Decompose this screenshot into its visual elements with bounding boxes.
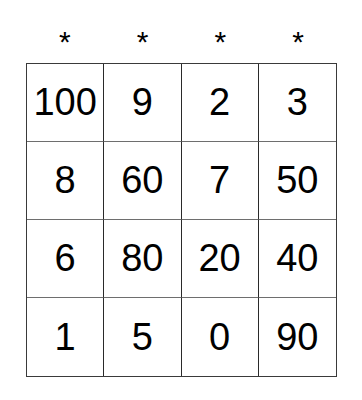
column-marker-2: * — [104, 27, 182, 63]
cell-r4c3[interactable]: 0 — [182, 298, 259, 376]
cell-r4c4[interactable]: 90 — [259, 298, 336, 376]
header-row: **** — [26, 0, 337, 63]
cell-r3c2[interactable]: 80 — [104, 220, 181, 298]
cell-r2c3[interactable]: 7 — [182, 142, 259, 220]
bingo-grid: 100923860750680204015090 — [26, 63, 337, 377]
cell-r1c1[interactable]: 100 — [27, 64, 104, 142]
cell-r2c4[interactable]: 50 — [259, 142, 336, 220]
cell-r1c2[interactable]: 9 — [104, 64, 181, 142]
column-marker-3: * — [182, 27, 260, 63]
bingo-board: **** 100923860750680204015090 — [26, 0, 337, 377]
cell-r2c1[interactable]: 8 — [27, 142, 104, 220]
column-marker-1: * — [26, 27, 104, 63]
cell-r4c1[interactable]: 1 — [27, 298, 104, 376]
column-marker-4: * — [259, 27, 337, 63]
cell-r3c3[interactable]: 20 — [182, 220, 259, 298]
cell-r3c4[interactable]: 40 — [259, 220, 336, 298]
cell-r4c2[interactable]: 5 — [104, 298, 181, 376]
cell-r3c1[interactable]: 6 — [27, 220, 104, 298]
cell-r1c4[interactable]: 3 — [259, 64, 336, 142]
cell-r2c2[interactable]: 60 — [104, 142, 181, 220]
cell-r1c3[interactable]: 2 — [182, 64, 259, 142]
